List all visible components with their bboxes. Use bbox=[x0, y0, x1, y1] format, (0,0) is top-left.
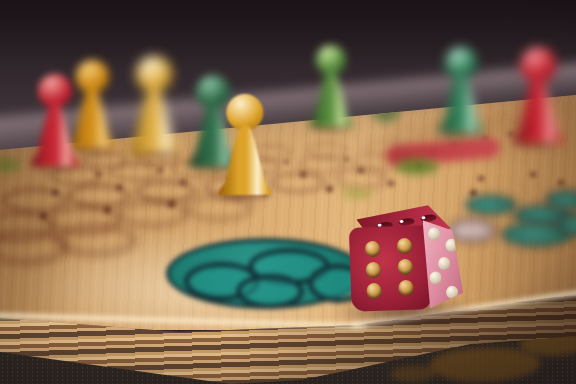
photo-scene bbox=[0, 0, 576, 384]
pawn-body bbox=[219, 124, 272, 195]
die-pip bbox=[398, 217, 415, 226]
pawn-yellow-2[interactable] bbox=[129, 56, 179, 153]
die-front-face bbox=[349, 225, 432, 312]
pawn-green-3[interactable] bbox=[439, 47, 484, 133]
pawn-yellow-3[interactable] bbox=[219, 94, 272, 195]
die-pip bbox=[398, 259, 414, 276]
die-pip bbox=[366, 283, 382, 300]
pawn-green-2[interactable] bbox=[310, 45, 353, 127]
die-pip bbox=[398, 280, 414, 297]
pawn-body bbox=[310, 70, 353, 127]
die-pip bbox=[445, 285, 457, 298]
pawn-red-2[interactable] bbox=[513, 47, 563, 143]
die-pip bbox=[397, 238, 413, 255]
pawn-body bbox=[129, 85, 179, 153]
die-pip bbox=[429, 272, 441, 285]
die-pip bbox=[445, 238, 457, 251]
pawn-body bbox=[439, 73, 484, 133]
red-die[interactable] bbox=[340, 198, 468, 326]
die-pip bbox=[428, 227, 440, 240]
pawn-body bbox=[513, 76, 563, 143]
pawn-red-1[interactable] bbox=[31, 74, 79, 166]
die-pip bbox=[366, 262, 382, 279]
pawn-layer bbox=[0, 0, 576, 384]
die-pip bbox=[438, 257, 450, 270]
pawn-body bbox=[31, 102, 79, 166]
die-pip bbox=[365, 241, 381, 258]
